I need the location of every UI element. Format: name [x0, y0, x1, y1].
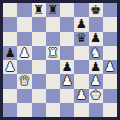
- square-c2[interactable]: [32, 89, 46, 103]
- square-b8[interactable]: [17, 3, 31, 17]
- square-e6[interactable]: [60, 32, 74, 46]
- white-queen: ♛: [19, 75, 30, 88]
- square-g1[interactable]: [89, 103, 103, 117]
- square-c7[interactable]: [32, 17, 46, 31]
- square-c6[interactable]: [32, 32, 46, 46]
- square-c1[interactable]: [32, 103, 46, 117]
- black-pawn: ♟: [62, 60, 73, 73]
- white-pawn: ♟: [5, 60, 16, 73]
- white-knight: ♞: [90, 46, 101, 59]
- square-c4[interactable]: [32, 60, 46, 74]
- square-c3[interactable]: [32, 74, 46, 88]
- square-e3[interactable]: ♟: [60, 74, 74, 88]
- black-pawn: ♟: [76, 18, 87, 31]
- chess-board-frame: ♜♜♚♟♛♟♟♟♜♞♟♟♟♟♛♟♟♟♚: [0, 0, 120, 120]
- square-d8[interactable]: ♜: [46, 3, 60, 17]
- white-pawn: ♟: [19, 46, 30, 59]
- white-pawn: ♟: [90, 75, 101, 88]
- square-a8[interactable]: [3, 3, 17, 17]
- square-c5[interactable]: [32, 46, 46, 60]
- black-pawn: ♟: [90, 60, 101, 73]
- square-b7[interactable]: [17, 17, 31, 31]
- square-e1[interactable]: [60, 103, 74, 117]
- chess-board: ♜♜♚♟♛♟♟♟♜♞♟♟♟♟♛♟♟♟♚: [3, 3, 117, 117]
- black-pawn: ♟: [5, 46, 16, 59]
- square-h7[interactable]: [103, 17, 117, 31]
- square-a3[interactable]: [3, 74, 17, 88]
- square-h6[interactable]: [103, 32, 117, 46]
- white-pawn: ♟: [104, 60, 115, 73]
- square-f4[interactable]: [74, 60, 88, 74]
- black-pawn: ♟: [90, 32, 101, 45]
- square-d1[interactable]: [46, 103, 60, 117]
- square-f5[interactable]: [74, 46, 88, 60]
- white-pawn: ♟: [76, 89, 87, 102]
- white-king: ♚: [90, 89, 101, 102]
- square-b3[interactable]: ♛: [17, 74, 31, 88]
- square-h8[interactable]: [103, 3, 117, 17]
- square-h1[interactable]: [103, 103, 117, 117]
- square-a4[interactable]: ♟: [3, 60, 17, 74]
- square-b2[interactable]: [17, 89, 31, 103]
- square-b5[interactable]: ♟: [17, 46, 31, 60]
- square-a7[interactable]: [3, 17, 17, 31]
- square-h4[interactable]: ♟: [103, 60, 117, 74]
- white-rook: ♜: [47, 46, 58, 59]
- square-a2[interactable]: [3, 89, 17, 103]
- square-g8[interactable]: ♚: [89, 3, 103, 17]
- square-b1[interactable]: [17, 103, 31, 117]
- square-f6[interactable]: ♛: [74, 32, 88, 46]
- square-g2[interactable]: ♚: [89, 89, 103, 103]
- black-rook: ♜: [33, 3, 44, 16]
- white-pawn: ♟: [62, 75, 73, 88]
- square-c8[interactable]: ♜: [32, 3, 46, 17]
- black-queen: ♛: [76, 32, 87, 45]
- square-e8[interactable]: [60, 3, 74, 17]
- square-d7[interactable]: [46, 17, 60, 31]
- square-h2[interactable]: [103, 89, 117, 103]
- square-f2[interactable]: ♟: [74, 89, 88, 103]
- square-d3[interactable]: [46, 74, 60, 88]
- black-rook: ♜: [47, 3, 58, 16]
- square-d4[interactable]: [46, 60, 60, 74]
- square-a1[interactable]: [3, 103, 17, 117]
- square-d5[interactable]: ♜: [46, 46, 60, 60]
- square-h3[interactable]: [103, 74, 117, 88]
- square-d2[interactable]: [46, 89, 60, 103]
- square-e2[interactable]: [60, 89, 74, 103]
- black-king: ♚: [90, 3, 101, 16]
- square-f1[interactable]: [74, 103, 88, 117]
- square-e7[interactable]: [60, 17, 74, 31]
